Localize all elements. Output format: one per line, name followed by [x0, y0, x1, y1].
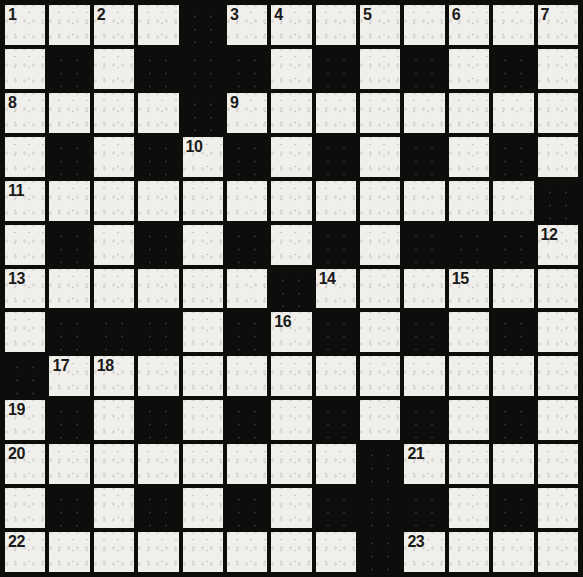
block-r2c12 — [493, 49, 533, 89]
block-r8c2 — [49, 312, 89, 352]
block-r10c6 — [227, 400, 267, 440]
block-r8c8 — [316, 312, 356, 352]
cell-r3c3[interactable] — [94, 93, 134, 133]
block-r12c4 — [138, 488, 178, 528]
cell-r6c7[interactable] — [271, 225, 311, 265]
cell-r9c8[interactable] — [316, 356, 356, 396]
cell-r13c7[interactable] — [271, 532, 311, 572]
cell-r4c7[interactable] — [271, 137, 311, 177]
block-r6c12 — [493, 225, 533, 265]
cell-r2c11[interactable] — [449, 49, 489, 89]
cell-r1c9[interactable]: 5 — [360, 5, 400, 45]
cell-r5c3[interactable] — [94, 181, 134, 221]
cell-r3c12[interactable] — [493, 93, 533, 133]
clue-number: 12 — [541, 226, 558, 244]
cell-r11c3[interactable] — [94, 444, 134, 484]
cell-r2c3[interactable] — [94, 49, 134, 89]
clue-number: 9 — [230, 94, 238, 112]
cell-r5c4[interactable] — [138, 181, 178, 221]
cell-r1c1[interactable]: 1 — [5, 5, 45, 45]
cell-r1c12[interactable] — [493, 5, 533, 45]
cell-r7c8[interactable]: 14 — [316, 269, 356, 309]
cell-r11c4[interactable] — [138, 444, 178, 484]
cell-r4c5[interactable]: 10 — [183, 137, 223, 177]
block-r1c5 — [183, 5, 223, 45]
cell-r12c13[interactable] — [538, 488, 578, 528]
clue-number: 1 — [8, 6, 16, 24]
clue-number: 11 — [8, 182, 24, 200]
cell-r10c1[interactable]: 19 — [5, 400, 45, 440]
block-r12c12 — [493, 488, 533, 528]
cell-r10c9[interactable] — [360, 400, 400, 440]
clue-number: 6 — [452, 6, 460, 24]
cell-r12c3[interactable] — [94, 488, 134, 528]
cell-r10c7[interactable] — [271, 400, 311, 440]
cell-r9c3[interactable]: 18 — [94, 356, 134, 396]
cell-r5c10[interactable] — [404, 181, 444, 221]
cell-r13c1[interactable]: 22 — [5, 532, 45, 572]
cell-r6c5[interactable] — [183, 225, 223, 265]
cell-r3c1[interactable]: 8 — [5, 93, 45, 133]
block-r10c2 — [49, 400, 89, 440]
block-r8c4 — [138, 312, 178, 352]
block-r2c2 — [49, 49, 89, 89]
cell-r10c13[interactable] — [538, 400, 578, 440]
cell-r6c9[interactable] — [360, 225, 400, 265]
clue-number: 22 — [8, 533, 25, 551]
cell-r1c10[interactable] — [404, 5, 444, 45]
cell-r11c5[interactable] — [183, 444, 223, 484]
cell-r1c13[interactable]: 7 — [538, 5, 578, 45]
cell-r4c13[interactable] — [538, 137, 578, 177]
cell-r13c11[interactable] — [449, 532, 489, 572]
cell-r11c11[interactable] — [449, 444, 489, 484]
block-r8c10 — [404, 312, 444, 352]
block-r6c6 — [227, 225, 267, 265]
cell-r7c4[interactable] — [138, 269, 178, 309]
cell-r13c4[interactable] — [138, 532, 178, 572]
block-r4c8 — [316, 137, 356, 177]
clue-number: 15 — [452, 270, 469, 288]
crossword-board: 1234567891011121314151617181920212223 — [0, 0, 583, 577]
cell-r13c13[interactable] — [538, 532, 578, 572]
block-r3c5 — [183, 93, 223, 133]
clue-number: 4 — [274, 6, 282, 24]
block-r11c9 — [360, 444, 400, 484]
cell-r11c6[interactable] — [227, 444, 267, 484]
cell-r1c2[interactable] — [49, 5, 89, 45]
cell-r8c13[interactable] — [538, 312, 578, 352]
cell-r8c5[interactable] — [183, 312, 223, 352]
cell-r3c11[interactable] — [449, 93, 489, 133]
block-r2c5 — [183, 49, 223, 89]
cell-r8c11[interactable] — [449, 312, 489, 352]
cell-r1c3[interactable]: 2 — [94, 5, 134, 45]
block-r6c2 — [49, 225, 89, 265]
cell-r3c10[interactable] — [404, 93, 444, 133]
clue-number: 20 — [8, 445, 25, 463]
clue-number: 3 — [230, 6, 238, 24]
cell-r4c11[interactable] — [449, 137, 489, 177]
block-r6c8 — [316, 225, 356, 265]
cell-r9c12[interactable] — [493, 356, 533, 396]
cell-r11c1[interactable]: 20 — [5, 444, 45, 484]
clue-number: 21 — [407, 445, 424, 463]
block-r4c12 — [493, 137, 533, 177]
clue-number: 18 — [97, 357, 114, 375]
cell-r9c11[interactable] — [449, 356, 489, 396]
cell-r9c2[interactable]: 17 — [49, 356, 89, 396]
block-r13c9 — [360, 532, 400, 572]
cell-r1c4[interactable] — [138, 5, 178, 45]
cell-r8c1[interactable] — [5, 312, 45, 352]
cell-r2c13[interactable] — [538, 49, 578, 89]
cell-r5c8[interactable] — [316, 181, 356, 221]
block-r2c6 — [227, 49, 267, 89]
cell-r10c5[interactable] — [183, 400, 223, 440]
block-r6c11 — [449, 225, 489, 265]
block-r8c3 — [94, 312, 134, 352]
cell-r4c1[interactable] — [5, 137, 45, 177]
block-r10c4 — [138, 400, 178, 440]
block-r10c10 — [404, 400, 444, 440]
clue-number: 19 — [8, 401, 25, 419]
cell-r2c1[interactable] — [5, 49, 45, 89]
cell-r11c2[interactable] — [49, 444, 89, 484]
block-r4c10 — [404, 137, 444, 177]
block-r5c13 — [538, 181, 578, 221]
block-r6c10 — [404, 225, 444, 265]
clue-number: 2 — [97, 6, 105, 24]
cell-r13c2[interactable] — [49, 532, 89, 572]
cell-r7c12[interactable] — [493, 269, 533, 309]
cell-r5c7[interactable] — [271, 181, 311, 221]
block-r4c4 — [138, 137, 178, 177]
cell-r13c6[interactable] — [227, 532, 267, 572]
cell-r2c7[interactable] — [271, 49, 311, 89]
block-r6c4 — [138, 225, 178, 265]
clue-number: 17 — [52, 357, 69, 375]
clue-number: 14 — [319, 270, 336, 288]
block-r10c8 — [316, 400, 356, 440]
cell-r9c6[interactable] — [227, 356, 267, 396]
cell-r1c8[interactable] — [316, 5, 356, 45]
cell-r7c6[interactable] — [227, 269, 267, 309]
cell-r7c1[interactable]: 13 — [5, 269, 45, 309]
cell-r7c3[interactable] — [94, 269, 134, 309]
clue-number: 10 — [186, 138, 203, 156]
cell-r3c6[interactable]: 9 — [227, 93, 267, 133]
cell-r1c7[interactable]: 4 — [271, 5, 311, 45]
cell-r12c5[interactable] — [183, 488, 223, 528]
cell-r5c12[interactable] — [493, 181, 533, 221]
block-r2c10 — [404, 49, 444, 89]
cell-r3c9[interactable] — [360, 93, 400, 133]
cell-r8c7[interactable]: 16 — [271, 312, 311, 352]
cell-r9c13[interactable] — [538, 356, 578, 396]
cell-r4c9[interactable] — [360, 137, 400, 177]
cell-r11c7[interactable] — [271, 444, 311, 484]
cell-r13c12[interactable] — [493, 532, 533, 572]
clue-number: 13 — [8, 270, 25, 288]
cell-r3c2[interactable] — [49, 93, 89, 133]
block-r2c8 — [316, 49, 356, 89]
cell-r7c5[interactable] — [183, 269, 223, 309]
cell-r1c11[interactable]: 6 — [449, 5, 489, 45]
cell-r4c3[interactable] — [94, 137, 134, 177]
clue-number: 16 — [274, 313, 291, 331]
cell-r5c11[interactable] — [449, 181, 489, 221]
block-r12c2 — [49, 488, 89, 528]
block-r4c2 — [49, 137, 89, 177]
block-r10c12 — [493, 400, 533, 440]
crossword-puzzle: 1234567891011121314151617181920212223 — [0, 0, 583, 577]
cell-r11c12[interactable] — [493, 444, 533, 484]
cell-r5c6[interactable] — [227, 181, 267, 221]
cell-r7c9[interactable] — [360, 269, 400, 309]
cell-r10c11[interactable] — [449, 400, 489, 440]
cell-r9c5[interactable] — [183, 356, 223, 396]
cell-r12c11[interactable] — [449, 488, 489, 528]
block-r9c1 — [5, 356, 45, 396]
cell-r3c13[interactable] — [538, 93, 578, 133]
cell-r7c13[interactable] — [538, 269, 578, 309]
block-r2c4 — [138, 49, 178, 89]
cell-r3c8[interactable] — [316, 93, 356, 133]
block-r7c7 — [271, 269, 311, 309]
cell-r7c11[interactable]: 15 — [449, 269, 489, 309]
cell-r3c4[interactable] — [138, 93, 178, 133]
block-r12c10 — [404, 488, 444, 528]
cell-r5c1[interactable]: 11 — [5, 181, 45, 221]
cell-r12c1[interactable] — [5, 488, 45, 528]
cell-r5c5[interactable] — [183, 181, 223, 221]
clue-number: 8 — [8, 94, 16, 112]
block-r8c6 — [227, 312, 267, 352]
cell-r7c10[interactable] — [404, 269, 444, 309]
cell-r5c2[interactable] — [49, 181, 89, 221]
block-r12c9 — [360, 488, 400, 528]
cell-r7c2[interactable] — [49, 269, 89, 309]
cell-r9c10[interactable] — [404, 356, 444, 396]
block-r8c12 — [493, 312, 533, 352]
cell-r12c7[interactable] — [271, 488, 311, 528]
cell-r11c10[interactable]: 21 — [404, 444, 444, 484]
cell-r13c3[interactable] — [94, 532, 134, 572]
cell-r11c8[interactable] — [316, 444, 356, 484]
cell-r9c9[interactable] — [360, 356, 400, 396]
cell-r3c7[interactable] — [271, 93, 311, 133]
cell-r10c3[interactable] — [94, 400, 134, 440]
cell-r13c5[interactable] — [183, 532, 223, 572]
clue-number: 23 — [407, 533, 424, 551]
cell-r9c4[interactable] — [138, 356, 178, 396]
cell-r5c9[interactable] — [360, 181, 400, 221]
block-r4c6 — [227, 137, 267, 177]
block-r12c6 — [227, 488, 267, 528]
cell-r9c7[interactable] — [271, 356, 311, 396]
cell-r13c8[interactable] — [316, 532, 356, 572]
clue-number: 5 — [363, 6, 371, 24]
cell-r8c9[interactable] — [360, 312, 400, 352]
block-r12c8 — [316, 488, 356, 528]
cell-r2c9[interactable] — [360, 49, 400, 89]
clue-number: 7 — [541, 6, 549, 24]
cell-r11c13[interactable] — [538, 444, 578, 484]
cell-r1c6[interactable]: 3 — [227, 5, 267, 45]
cell-r6c13[interactable]: 12 — [538, 225, 578, 265]
cell-r6c3[interactable] — [94, 225, 134, 265]
cell-r6c1[interactable] — [5, 225, 45, 265]
cell-r13c10[interactable]: 23 — [404, 532, 444, 572]
